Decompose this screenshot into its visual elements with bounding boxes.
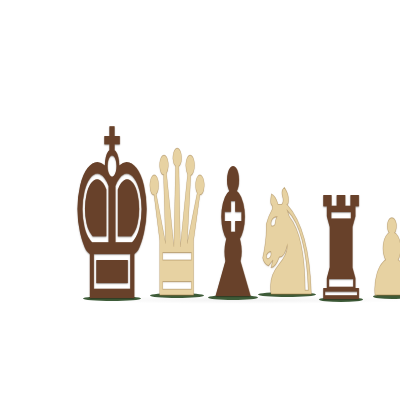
chess-pieces-photo: ♚ ♛ ♝ ♞ ♜ ♟ (40, 16, 400, 400)
chess-piece-rook-dark: ♜ (313, 178, 369, 321)
chess-piece-pawn-light: ♟ (366, 206, 400, 312)
